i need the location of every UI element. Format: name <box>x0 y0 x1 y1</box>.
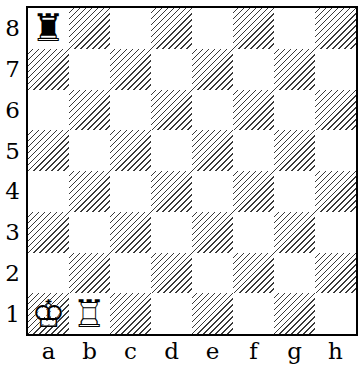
square-h3[interactable] <box>315 212 356 253</box>
square-g5[interactable] <box>274 130 315 171</box>
rank-label-1: 1 <box>0 293 25 334</box>
black-rook[interactable]: ♜ <box>28 8 69 49</box>
file-label-h: h <box>315 336 356 366</box>
square-d7[interactable] <box>151 49 192 90</box>
chess-diagram: ♜♚♔♜♖ 87654321 abcdefgh <box>0 0 359 368</box>
file-label-f: f <box>233 336 274 366</box>
square-e8[interactable] <box>192 8 233 49</box>
square-h7[interactable] <box>315 49 356 90</box>
square-c8[interactable] <box>110 8 151 49</box>
square-e2[interactable] <box>192 253 233 294</box>
white-king[interactable]: ♚♔ <box>28 293 69 334</box>
square-f5[interactable] <box>233 130 274 171</box>
square-d6[interactable] <box>151 90 192 131</box>
rank-label-6: 6 <box>0 90 25 131</box>
square-f4[interactable] <box>233 171 274 212</box>
file-label-c: c <box>110 336 151 366</box>
square-a4[interactable] <box>28 171 69 212</box>
square-b7[interactable] <box>69 49 110 90</box>
square-c1[interactable] <box>110 293 151 334</box>
square-a3[interactable] <box>28 212 69 253</box>
square-f2[interactable] <box>233 253 274 294</box>
square-g6[interactable] <box>274 90 315 131</box>
square-a7[interactable] <box>28 49 69 90</box>
square-g8[interactable] <box>274 8 315 49</box>
square-f3[interactable] <box>233 212 274 253</box>
rank-label-2: 2 <box>0 253 25 294</box>
square-c5[interactable] <box>110 130 151 171</box>
rank-label-5: 5 <box>0 130 25 171</box>
file-label-e: e <box>192 336 233 366</box>
square-h1[interactable] <box>315 293 356 334</box>
white-king-glyph: ♔ <box>28 293 69 334</box>
square-a1[interactable]: ♚♔ <box>28 293 69 334</box>
square-d2[interactable] <box>151 253 192 294</box>
square-g2[interactable] <box>274 253 315 294</box>
rank-label-7: 7 <box>0 49 25 90</box>
rank-label-8: 8 <box>0 8 25 49</box>
square-f6[interactable] <box>233 90 274 131</box>
square-e3[interactable] <box>192 212 233 253</box>
square-f1[interactable] <box>233 293 274 334</box>
square-h6[interactable] <box>315 90 356 131</box>
file-label-a: a <box>28 336 69 366</box>
square-g7[interactable] <box>274 49 315 90</box>
square-h8[interactable] <box>315 8 356 49</box>
chess-board: ♜♚♔♜♖ <box>26 6 358 336</box>
square-d1[interactable] <box>151 293 192 334</box>
file-label-d: d <box>151 336 192 366</box>
square-a6[interactable] <box>28 90 69 131</box>
square-b1[interactable]: ♜♖ <box>69 293 110 334</box>
square-d4[interactable] <box>151 171 192 212</box>
square-e7[interactable] <box>192 49 233 90</box>
square-e1[interactable] <box>192 293 233 334</box>
square-d3[interactable] <box>151 212 192 253</box>
square-f7[interactable] <box>233 49 274 90</box>
file-label-b: b <box>69 336 110 366</box>
square-h2[interactable] <box>315 253 356 294</box>
square-e6[interactable] <box>192 90 233 131</box>
square-h5[interactable] <box>315 130 356 171</box>
white-rook[interactable]: ♜♖ <box>69 293 110 334</box>
square-d5[interactable] <box>151 130 192 171</box>
file-label-g: g <box>274 336 315 366</box>
square-c4[interactable] <box>110 171 151 212</box>
square-c7[interactable] <box>110 49 151 90</box>
square-g3[interactable] <box>274 212 315 253</box>
square-c2[interactable] <box>110 253 151 294</box>
square-a5[interactable] <box>28 130 69 171</box>
square-b3[interactable] <box>69 212 110 253</box>
white-rook-glyph: ♖ <box>69 293 110 334</box>
black-rook-glyph: ♜ <box>28 8 69 49</box>
square-f8[interactable] <box>233 8 274 49</box>
square-d8[interactable] <box>151 8 192 49</box>
square-g1[interactable] <box>274 293 315 334</box>
square-h4[interactable] <box>315 171 356 212</box>
square-a2[interactable] <box>28 253 69 294</box>
rank-label-4: 4 <box>0 171 25 212</box>
square-c3[interactable] <box>110 212 151 253</box>
square-g4[interactable] <box>274 171 315 212</box>
square-b5[interactable] <box>69 130 110 171</box>
rank-label-3: 3 <box>0 212 25 253</box>
square-e4[interactable] <box>192 171 233 212</box>
square-e5[interactable] <box>192 130 233 171</box>
square-b2[interactable] <box>69 253 110 294</box>
square-b8[interactable] <box>69 8 110 49</box>
square-a8[interactable]: ♜ <box>28 8 69 49</box>
square-c6[interactable] <box>110 90 151 131</box>
square-b4[interactable] <box>69 171 110 212</box>
square-b6[interactable] <box>69 90 110 131</box>
